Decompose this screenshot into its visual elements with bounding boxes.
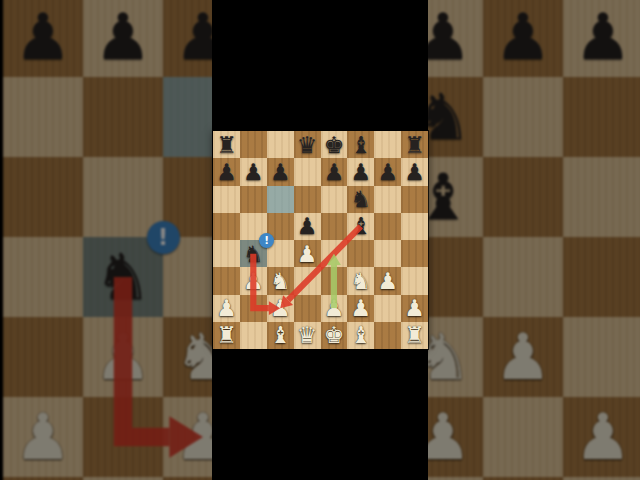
- black-king[interactable]: ♚: [321, 131, 348, 158]
- square-a1[interactable]: ♜: [213, 322, 240, 349]
- square-a2[interactable]: ♟: [213, 295, 240, 322]
- white-rook[interactable]: ♜: [401, 322, 428, 349]
- square-d8[interactable]: ♛: [294, 131, 321, 158]
- black-knight[interactable]: ♞: [347, 186, 374, 213]
- square-f1[interactable]: ♝: [347, 322, 374, 349]
- square-g6[interactable]: [374, 186, 401, 213]
- white-bishop[interactable]: ♝: [347, 322, 374, 349]
- square-h6[interactable]: [401, 186, 428, 213]
- square-e8[interactable]: ♚: [321, 131, 348, 158]
- white-pawn[interactable]: ♟: [321, 295, 348, 322]
- square-g2[interactable]: [374, 295, 401, 322]
- square-a7[interactable]: ♟: [213, 158, 240, 185]
- great-move-badge: !: [259, 233, 274, 248]
- black-bishop[interactable]: ♝: [347, 131, 374, 158]
- white-pawn[interactable]: ♟: [267, 295, 294, 322]
- square-a4[interactable]: [213, 240, 240, 267]
- square-b2[interactable]: [240, 295, 267, 322]
- square-h4[interactable]: [401, 240, 428, 267]
- square-e5[interactable]: [321, 213, 348, 240]
- white-pawn[interactable]: ♟: [213, 295, 240, 322]
- black-rook[interactable]: ♜: [213, 131, 240, 158]
- white-queen[interactable]: ♛: [294, 322, 321, 349]
- white-bishop[interactable]: ♝: [267, 322, 294, 349]
- black-pawn[interactable]: ♟: [374, 158, 401, 185]
- white-king[interactable]: ♚: [321, 322, 348, 349]
- white-pawn[interactable]: ♟: [347, 295, 374, 322]
- square-d5[interactable]: ♟: [294, 213, 321, 240]
- black-pawn[interactable]: ♟: [240, 158, 267, 185]
- square-h5[interactable]: [401, 213, 428, 240]
- square-c6[interactable]: [267, 186, 294, 213]
- square-c8[interactable]: [267, 131, 294, 158]
- square-e3[interactable]: [321, 267, 348, 294]
- white-pawn[interactable]: ♟: [401, 295, 428, 322]
- black-pawn[interactable]: ♟: [213, 158, 240, 185]
- square-e2[interactable]: ♟: [321, 295, 348, 322]
- square-g5[interactable]: [374, 213, 401, 240]
- square-a3[interactable]: [213, 267, 240, 294]
- square-d6[interactable]: [294, 186, 321, 213]
- black-bishop[interactable]: ♝: [347, 213, 374, 240]
- square-b8[interactable]: [240, 131, 267, 158]
- square-e1[interactable]: ♚: [321, 322, 348, 349]
- square-h1[interactable]: ♜: [401, 322, 428, 349]
- inset-board-wrap: ♜♛♚♝♜♟♟♟♟♟♟♟♞♟♝♞♟♟♞♞♟♟♟♟♟♟♜♝♛♚♝♜ !: [213, 131, 428, 349]
- square-c1[interactable]: ♝: [267, 322, 294, 349]
- square-d2[interactable]: [294, 295, 321, 322]
- square-f7[interactable]: ♟: [347, 158, 374, 185]
- black-pawn[interactable]: ♟: [321, 158, 348, 185]
- black-pawn[interactable]: ♟: [347, 158, 374, 185]
- black-rook[interactable]: ♜: [401, 131, 428, 158]
- square-d4[interactable]: ♟: [294, 240, 321, 267]
- video-frame: ♜♛♚♝♜♟♟♟♟♟♟♟♞♟♝♞♟♟♞♞♟♟♟♟♟♟♜♝♛♚♝♜ ! ♜♛♚♝♜…: [0, 0, 640, 480]
- square-d7[interactable]: [294, 158, 321, 185]
- square-c7[interactable]: ♟: [267, 158, 294, 185]
- white-rook[interactable]: ♜: [213, 322, 240, 349]
- square-g4[interactable]: [374, 240, 401, 267]
- square-g1[interactable]: [374, 322, 401, 349]
- white-knight[interactable]: ♞: [347, 267, 374, 294]
- square-h3[interactable]: [401, 267, 428, 294]
- square-h2[interactable]: ♟: [401, 295, 428, 322]
- square-b6[interactable]: [240, 186, 267, 213]
- square-e4[interactable]: [321, 240, 348, 267]
- white-pawn[interactable]: ♟: [374, 267, 401, 294]
- square-b3[interactable]: ♟: [240, 267, 267, 294]
- white-pawn[interactable]: ♟: [240, 267, 267, 294]
- square-d1[interactable]: ♛: [294, 322, 321, 349]
- square-a5[interactable]: [213, 213, 240, 240]
- square-h8[interactable]: ♜: [401, 131, 428, 158]
- square-c2[interactable]: ♟: [267, 295, 294, 322]
- square-f3[interactable]: ♞: [347, 267, 374, 294]
- square-f4[interactable]: [347, 240, 374, 267]
- black-pawn[interactable]: ♟: [267, 158, 294, 185]
- square-h7[interactable]: ♟: [401, 158, 428, 185]
- black-queen[interactable]: ♛: [294, 131, 321, 158]
- square-g3[interactable]: ♟: [374, 267, 401, 294]
- square-a8[interactable]: ♜: [213, 131, 240, 158]
- black-pawn[interactable]: ♟: [294, 213, 321, 240]
- square-b7[interactable]: ♟: [240, 158, 267, 185]
- square-f2[interactable]: ♟: [347, 295, 374, 322]
- square-c3[interactable]: ♞: [267, 267, 294, 294]
- square-b1[interactable]: [240, 322, 267, 349]
- chess-board[interactable]: ♜♛♚♝♜♟♟♟♟♟♟♟♞♟♝♞♟♟♞♞♟♟♟♟♟♟♜♝♛♚♝♜: [213, 131, 428, 349]
- square-e6[interactable]: [321, 186, 348, 213]
- square-f8[interactable]: ♝: [347, 131, 374, 158]
- square-g8[interactable]: [374, 131, 401, 158]
- white-pawn[interactable]: ♟: [294, 240, 321, 267]
- square-d3[interactable]: [294, 267, 321, 294]
- square-g7[interactable]: ♟: [374, 158, 401, 185]
- black-pawn[interactable]: ♟: [401, 158, 428, 185]
- square-f5[interactable]: ♝: [347, 213, 374, 240]
- square-e7[interactable]: ♟: [321, 158, 348, 185]
- white-knight[interactable]: ♞: [267, 267, 294, 294]
- square-f6[interactable]: ♞: [347, 186, 374, 213]
- square-a6[interactable]: [213, 186, 240, 213]
